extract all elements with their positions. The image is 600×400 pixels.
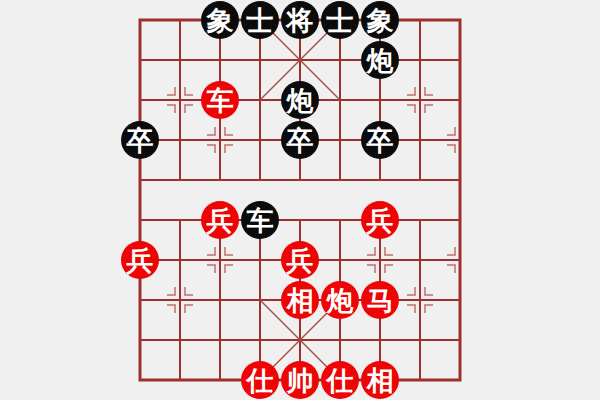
piece-glyph: 帅 — [281, 361, 319, 399]
piece-black-advisor[interactable]: 士 — [320, 0, 360, 40]
piece-red-pawn[interactable]: 兵 — [200, 200, 240, 240]
piece-red-pawn[interactable]: 兵 — [360, 200, 400, 240]
piece-black-pawn[interactable]: 卒 — [360, 120, 400, 160]
piece-glyph: 仕 — [241, 361, 279, 399]
piece-red-elephant[interactable]: 相 — [280, 280, 320, 320]
piece-glyph: 将 — [281, 1, 319, 39]
piece-glyph: 士 — [321, 1, 359, 39]
piece-glyph: 兵 — [281, 241, 319, 279]
piece-red-cannon[interactable]: 炮 — [320, 280, 360, 320]
xiangqi-board[interactable]: 象士将士象炮车炮卒卒卒兵车兵兵兵相炮马仕帅仕相 — [120, 0, 480, 400]
xiangqi-app: 象士将士象炮车炮卒卒卒兵车兵兵兵相炮马仕帅仕相 — [0, 0, 600, 400]
piece-red-pawn[interactable]: 兵 — [120, 240, 160, 280]
piece-glyph: 炮 — [321, 281, 359, 319]
piece-glyph: 象 — [201, 1, 239, 39]
piece-black-pawn[interactable]: 卒 — [120, 120, 160, 160]
piece-red-advisor[interactable]: 仕 — [320, 360, 360, 400]
piece-glyph: 象 — [361, 1, 399, 39]
piece-black-pawn[interactable]: 卒 — [280, 120, 320, 160]
piece-black-cannon[interactable]: 炮 — [360, 40, 400, 80]
piece-black-cannon[interactable]: 炮 — [280, 80, 320, 120]
piece-glyph: 卒 — [361, 121, 399, 159]
piece-glyph: 相 — [361, 361, 399, 399]
piece-black-general[interactable]: 将 — [280, 0, 320, 40]
piece-red-horse[interactable]: 马 — [360, 280, 400, 320]
piece-glyph: 卒 — [281, 121, 319, 159]
piece-glyph: 相 — [281, 281, 319, 319]
piece-glyph: 车 — [241, 201, 279, 239]
piece-glyph: 卒 — [121, 121, 159, 159]
piece-glyph: 炮 — [361, 41, 399, 79]
piece-glyph: 兵 — [121, 241, 159, 279]
piece-glyph: 马 — [361, 281, 399, 319]
piece-glyph: 仕 — [321, 361, 359, 399]
piece-red-pawn[interactable]: 兵 — [280, 240, 320, 280]
piece-glyph: 炮 — [281, 81, 319, 119]
piece-red-chariot[interactable]: 车 — [200, 80, 240, 120]
piece-glyph: 士 — [241, 1, 279, 39]
piece-black-elephant[interactable]: 象 — [360, 0, 400, 40]
piece-red-general[interactable]: 帅 — [280, 360, 320, 400]
piece-red-advisor[interactable]: 仕 — [240, 360, 280, 400]
piece-black-chariot[interactable]: 车 — [240, 200, 280, 240]
piece-glyph: 兵 — [201, 201, 239, 239]
piece-glyph: 车 — [201, 81, 239, 119]
piece-black-advisor[interactable]: 士 — [240, 0, 280, 40]
piece-black-elephant[interactable]: 象 — [200, 0, 240, 40]
piece-red-elephant[interactable]: 相 — [360, 360, 400, 400]
piece-glyph: 兵 — [361, 201, 399, 239]
